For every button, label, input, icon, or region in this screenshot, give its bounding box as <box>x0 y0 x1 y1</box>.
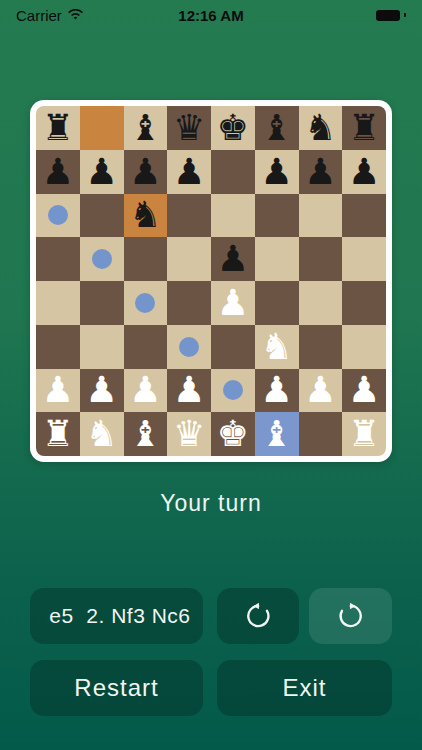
square-f6[interactable] <box>255 194 299 238</box>
square-a2[interactable]: ♟ <box>36 369 80 413</box>
square-c1[interactable]: ♝ <box>124 412 168 456</box>
piece-black-pawn: ♟ <box>85 154 117 190</box>
square-h1[interactable]: ♜ <box>342 412 386 456</box>
piece-white-bishop: ♝ <box>260 416 292 452</box>
piece-white-pawn: ♟ <box>217 285 249 321</box>
square-a3[interactable] <box>36 325 80 369</box>
undo-icon <box>243 601 273 631</box>
piece-white-pawn: ♟ <box>260 372 292 408</box>
square-f1[interactable]: ♝ <box>255 412 299 456</box>
square-g5[interactable] <box>299 237 343 281</box>
piece-white-knight: ♞ <box>85 416 117 452</box>
square-b2[interactable]: ♟ <box>80 369 124 413</box>
square-d7[interactable]: ♟ <box>167 150 211 194</box>
square-c8[interactable]: ♝ <box>124 106 168 150</box>
square-g4[interactable] <box>299 281 343 325</box>
piece-black-pawn: ♟ <box>217 241 249 277</box>
piece-white-bishop: ♝ <box>129 416 161 452</box>
piece-white-pawn: ♟ <box>42 372 74 408</box>
wifi-icon <box>67 9 84 21</box>
square-e1[interactable]: ♚ <box>211 412 255 456</box>
square-e6[interactable] <box>211 194 255 238</box>
square-h7[interactable]: ♟ <box>342 150 386 194</box>
square-b1[interactable]: ♞ <box>80 412 124 456</box>
square-b8[interactable] <box>80 106 124 150</box>
square-e2[interactable] <box>211 369 255 413</box>
square-d6[interactable] <box>167 194 211 238</box>
move-hint-dot[interactable] <box>179 337 199 357</box>
piece-white-pawn: ♟ <box>129 372 161 408</box>
piece-white-queen: ♛ <box>173 416 205 452</box>
piece-black-bishop: ♝ <box>260 110 292 146</box>
square-e4[interactable]: ♟ <box>211 281 255 325</box>
piece-white-pawn: ♟ <box>173 372 205 408</box>
piece-black-rook: ♜ <box>42 110 74 146</box>
square-f2[interactable]: ♟ <box>255 369 299 413</box>
square-e8[interactable]: ♚ <box>211 106 255 150</box>
square-d4[interactable] <box>167 281 211 325</box>
move-hint-dot[interactable] <box>223 380 243 400</box>
battery-tip <box>404 13 406 17</box>
square-c2[interactable]: ♟ <box>124 369 168 413</box>
piece-black-queen: ♛ <box>173 110 205 146</box>
piece-white-pawn: ♟ <box>304 372 336 408</box>
square-c5[interactable] <box>124 237 168 281</box>
square-f5[interactable] <box>255 237 299 281</box>
battery-icon <box>376 10 400 21</box>
square-b6[interactable] <box>80 194 124 238</box>
controls: e5 2. Nf3 Nc6 Restart Exit <box>30 588 392 732</box>
square-d5[interactable] <box>167 237 211 281</box>
square-b4[interactable] <box>80 281 124 325</box>
piece-white-pawn: ♟ <box>348 372 380 408</box>
square-a6[interactable] <box>36 194 80 238</box>
square-g1[interactable] <box>299 412 343 456</box>
turn-indicator: Your turn <box>0 490 422 517</box>
square-e7[interactable] <box>211 150 255 194</box>
square-g7[interactable]: ♟ <box>299 150 343 194</box>
square-c7[interactable]: ♟ <box>124 150 168 194</box>
square-f4[interactable] <box>255 281 299 325</box>
piece-white-pawn: ♟ <box>85 372 117 408</box>
piece-white-king: ♚ <box>217 416 249 452</box>
redo-icon <box>336 601 366 631</box>
chess-app-screen: { "game": "chess", "status_bar": { "carr… <box>0 0 422 750</box>
square-c6[interactable]: ♞ <box>124 194 168 238</box>
square-d8[interactable]: ♛ <box>167 106 211 150</box>
move-hint-dot[interactable] <box>92 249 112 269</box>
square-h2[interactable]: ♟ <box>342 369 386 413</box>
square-g8[interactable]: ♞ <box>299 106 343 150</box>
restart-button[interactable]: Restart <box>30 660 203 716</box>
square-e3[interactable] <box>211 325 255 369</box>
square-h4[interactable] <box>342 281 386 325</box>
square-f7[interactable]: ♟ <box>255 150 299 194</box>
chess-board: ♜♝♛♚♝♞♜♟♟♟♟♟♟♟♞♟♟♞♟♟♟♟♟♟♟♜♞♝♛♚♝♜ <box>36 106 386 456</box>
square-b7[interactable]: ♟ <box>80 150 124 194</box>
piece-black-pawn: ♟ <box>173 154 205 190</box>
piece-white-knight: ♞ <box>260 329 292 365</box>
piece-black-king: ♚ <box>217 110 249 146</box>
square-h5[interactable] <box>342 237 386 281</box>
piece-white-rook: ♜ <box>348 416 380 452</box>
square-h3[interactable] <box>342 325 386 369</box>
square-a5[interactable] <box>36 237 80 281</box>
piece-black-pawn: ♟ <box>348 154 380 190</box>
piece-black-knight: ♞ <box>129 197 161 233</box>
square-d2[interactable]: ♟ <box>167 369 211 413</box>
piece-white-rook: ♜ <box>42 416 74 452</box>
square-f8[interactable]: ♝ <box>255 106 299 150</box>
piece-black-pawn: ♟ <box>304 154 336 190</box>
piece-black-knight: ♞ <box>304 110 336 146</box>
undo-button[interactable] <box>217 588 300 644</box>
square-h6[interactable] <box>342 194 386 238</box>
piece-black-pawn: ♟ <box>42 154 74 190</box>
piece-black-bishop: ♝ <box>129 110 161 146</box>
carrier-label: Carrier <box>16 7 62 24</box>
status-bar: Carrier 12:16 AM <box>0 0 422 30</box>
piece-black-pawn: ♟ <box>260 154 292 190</box>
square-a1[interactable]: ♜ <box>36 412 80 456</box>
board-frame: ♜♝♛♚♝♞♜♟♟♟♟♟♟♟♞♟♟♞♟♟♟♟♟♟♟♜♞♝♛♚♝♜ <box>30 100 392 462</box>
square-a8[interactable]: ♜ <box>36 106 80 150</box>
square-g6[interactable] <box>299 194 343 238</box>
redo-button[interactable] <box>309 588 392 644</box>
exit-button[interactable]: Exit <box>217 660 392 716</box>
square-a4[interactable] <box>36 281 80 325</box>
square-g3[interactable] <box>299 325 343 369</box>
square-g2[interactable]: ♟ <box>299 369 343 413</box>
square-a7[interactable]: ♟ <box>36 150 80 194</box>
square-b3[interactable] <box>80 325 124 369</box>
move-list[interactable]: e5 2. Nf3 Nc6 <box>30 588 203 644</box>
move-hint-dot[interactable] <box>135 293 155 313</box>
square-b5[interactable] <box>80 237 124 281</box>
square-c3[interactable] <box>124 325 168 369</box>
piece-black-rook: ♜ <box>348 110 380 146</box>
square-h8[interactable]: ♜ <box>342 106 386 150</box>
square-c4[interactable] <box>124 281 168 325</box>
square-f3[interactable]: ♞ <box>255 325 299 369</box>
square-e5[interactable]: ♟ <box>211 237 255 281</box>
square-d1[interactable]: ♛ <box>167 412 211 456</box>
piece-black-pawn: ♟ <box>129 154 161 190</box>
square-d3[interactable] <box>167 325 211 369</box>
move-hint-dot[interactable] <box>48 205 68 225</box>
